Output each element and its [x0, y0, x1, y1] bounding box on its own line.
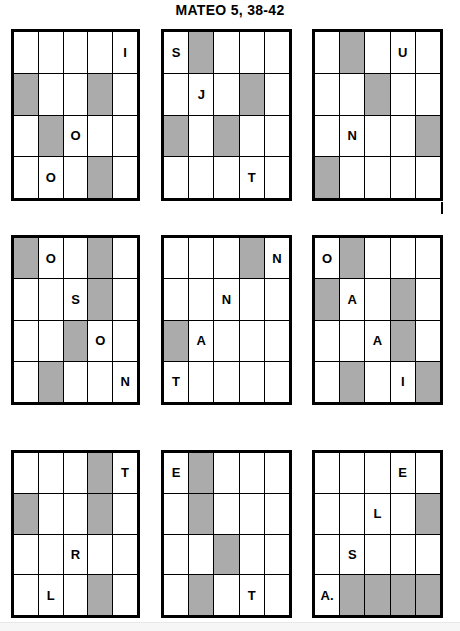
grid7-cell-r2c3-empty[interactable]: [64, 494, 88, 534]
grid9-cell-r1c3-empty[interactable]: [365, 453, 389, 493]
grid4-cell-r2c1-empty[interactable]: [14, 279, 38, 319]
grid7-cell-r3c2-empty[interactable]: [39, 535, 63, 575]
grid3-cell-r2c2-empty[interactable]: [340, 74, 364, 115]
grid6-cell-r4c4-letter: I: [391, 362, 415, 402]
grid9-cell-r4c1-letter: A.: [315, 575, 339, 615]
grid4-cell-r4c2-blocked: [39, 362, 63, 402]
grid2-cell-r4c3-empty[interactable]: [214, 157, 238, 198]
grid1-cell-r4c4-blocked: [88, 157, 112, 198]
grid3-cell-r1c2-blocked: [340, 32, 364, 73]
grid2-cell-r1c2-blocked: [189, 32, 213, 73]
grid3-cell-r3c3-empty[interactable]: [365, 116, 389, 157]
grid4-cell-r1c4-blocked: [88, 238, 112, 278]
grid8-cell-r4c2-blocked: [189, 575, 213, 615]
grid8-cell-r1c5-empty[interactable]: [265, 453, 289, 493]
grid4-cell-r1c1-blocked: [14, 238, 38, 278]
grid4-cell-r1c2-letter: O: [39, 238, 63, 278]
grid8-cell-r3c3-blocked: [214, 535, 238, 575]
grid4-cell-r3c2-empty[interactable]: [39, 321, 63, 361]
grid2-cell-r3c5-empty[interactable]: [265, 116, 289, 157]
grid6-cell-r1c3-empty[interactable]: [365, 238, 389, 278]
grid2-cell-r4c2-empty[interactable]: [189, 157, 213, 198]
grid8-cell-r3c5-empty[interactable]: [265, 535, 289, 575]
grid8-cell-r2c1-empty[interactable]: [164, 494, 188, 534]
grid7-cell-r4c4-blocked: [88, 575, 112, 615]
grid9-cell-r1c1-empty[interactable]: [315, 453, 339, 493]
grid8-cell-r2c3-empty[interactable]: [214, 494, 238, 534]
grid8-cell-r1c4-empty[interactable]: [240, 453, 264, 493]
grid5-cell-r4c3-empty[interactable]: [214, 362, 238, 402]
grid8-cell-r2c4-empty[interactable]: [240, 494, 264, 534]
grid5-cell-r2c2-empty[interactable]: [189, 279, 213, 319]
puzzle-grid-8: ET: [161, 450, 292, 618]
grid3-cell-r3c2-letter: N: [340, 116, 364, 157]
grid8-cell-r1c1-letter: E: [164, 453, 188, 493]
grid3-cell-r4c5-empty[interactable]: [416, 157, 440, 198]
grid9-cell-r4c3-blocked: [365, 575, 389, 615]
grid5-cell-r3c4-empty[interactable]: [240, 321, 264, 361]
grid2-cell-r2c2-letter: J: [189, 74, 213, 115]
grid6-cell-r3c3-letter: A: [365, 321, 389, 361]
grid5-cell-r4c1-letter: T: [164, 362, 188, 402]
grid9-cell-r2c2-empty[interactable]: [340, 494, 364, 534]
grid7-cell-r1c2-empty[interactable]: [39, 453, 63, 493]
grid4-cell-r2c4-blocked: [88, 279, 112, 319]
grid9-cell-r1c5-empty[interactable]: [416, 453, 440, 493]
grid9-cell-r2c1-empty[interactable]: [315, 494, 339, 534]
grid3-cell-r2c5-empty[interactable]: [416, 74, 440, 115]
grid5-cell-r2c5-empty[interactable]: [265, 279, 289, 319]
grid5-cell-r3c3-empty[interactable]: [214, 321, 238, 361]
grid8-cell-r4c4-letter: T: [240, 575, 264, 615]
grid1-cell-r3c2-blocked: [39, 116, 63, 157]
grid7-cell-r4c2-letter: L: [39, 575, 63, 615]
grid3-cell-r2c4-empty[interactable]: [391, 74, 415, 115]
grid7-cell-r3c5-empty[interactable]: [113, 535, 137, 575]
grid5-cell-r4c4-empty[interactable]: [240, 362, 264, 402]
grid6-cell-r3c4-blocked: [391, 321, 415, 361]
grid1-cell-r3c5-empty[interactable]: [113, 116, 137, 157]
grid8-cell-r2c2-blocked: [189, 494, 213, 534]
grid6-cell-r2c4-blocked: [391, 279, 415, 319]
grid4-cell-r3c3-blocked: [64, 321, 88, 361]
grid6-cell-r3c5-empty[interactable]: [416, 321, 440, 361]
grid6-cell-r4c2-blocked: [340, 362, 364, 402]
grid7-cell-r1c3-empty[interactable]: [64, 453, 88, 493]
grid3-cell-r2c3-blocked: [365, 74, 389, 115]
grid5-cell-r1c2-empty[interactable]: [189, 238, 213, 278]
grid2-cell-r3c4-empty[interactable]: [240, 116, 264, 157]
grid2-cell-r2c3-empty[interactable]: [214, 74, 238, 115]
grid4-cell-r4c4-empty[interactable]: [88, 362, 112, 402]
grid7-cell-r2c2-empty[interactable]: [39, 494, 63, 534]
grid9-cell-r3c1-empty[interactable]: [315, 535, 339, 575]
puzzle-grid-7: TRL: [11, 450, 140, 618]
grid7-cell-r4c5-empty[interactable]: [113, 575, 137, 615]
grid7-cell-r2c4-blocked: [88, 494, 112, 534]
grid5-cell-r3c2-letter: A: [189, 321, 213, 361]
grid5-cell-r2c3-letter: N: [214, 279, 238, 319]
grid3-cell-r4c1-blocked: [315, 157, 339, 198]
grid6-cell-r2c2-letter: A: [340, 279, 364, 319]
grid1-cell-r2c4-blocked: [88, 74, 112, 115]
grid1-cell-r4c3-empty[interactable]: [64, 157, 88, 198]
grid1-cell-r3c1-empty[interactable]: [14, 116, 38, 157]
grid7-cell-r3c3-letter: R: [64, 535, 88, 575]
grid5-cell-r1c4-blocked: [240, 238, 264, 278]
grid9-cell-r4c2-blocked: [340, 575, 364, 615]
grid9-cell-r4c4-blocked: [391, 575, 415, 615]
grid1-cell-r2c2-empty[interactable]: [39, 74, 63, 115]
grid2-cell-r1c3-empty[interactable]: [214, 32, 238, 73]
grid1-cell-r1c5-letter: I: [113, 32, 137, 73]
grid9-cell-r1c4-letter: E: [391, 453, 415, 493]
grid1-cell-r3c3-letter: O: [64, 116, 88, 157]
grid4-cell-r2c5-empty[interactable]: [113, 279, 137, 319]
grid6-cell-r3c1-empty[interactable]: [315, 321, 339, 361]
page-edge: [0, 622, 460, 631]
grid4-cell-r2c2-empty[interactable]: [39, 279, 63, 319]
grid5-cell-r4c2-empty[interactable]: [189, 362, 213, 402]
grid5-cell-r1c3-empty[interactable]: [214, 238, 238, 278]
grid6-cell-r3c2-empty[interactable]: [340, 321, 364, 361]
grid8-cell-r1c3-empty[interactable]: [214, 453, 238, 493]
grid5-cell-r1c1-empty[interactable]: [164, 238, 188, 278]
grid2-cell-r4c4-letter: T: [240, 157, 264, 198]
grid3-cell-r3c5-blocked: [416, 116, 440, 157]
grid3-cell-r4c2-empty[interactable]: [340, 157, 364, 198]
grid7-cell-r1c1-empty[interactable]: [14, 453, 38, 493]
grid7-cell-r2c1-blocked: [14, 494, 38, 534]
grid1-cell-r3c4-empty[interactable]: [88, 116, 112, 157]
grid1-cell-r1c2-empty[interactable]: [39, 32, 63, 73]
grid4-cell-r3c5-empty[interactable]: [113, 321, 137, 361]
grid3-cell-r1c5-empty[interactable]: [416, 32, 440, 73]
grid8-cell-r2c5-empty[interactable]: [265, 494, 289, 534]
grid5-cell-r3c1-blocked: [164, 321, 188, 361]
grid6-cell-r4c3-empty[interactable]: [365, 362, 389, 402]
grid2-cell-r3c3-blocked: [214, 116, 238, 157]
puzzle-grid-4: OSON: [11, 235, 140, 405]
grid4-cell-r4c5-letter: N: [113, 362, 137, 402]
grid2-cell-r2c1-empty[interactable]: [164, 74, 188, 115]
grid5-cell-r4c5-empty[interactable]: [265, 362, 289, 402]
grid2-cell-r4c1-empty[interactable]: [164, 157, 188, 198]
grid2-cell-r4c5-empty[interactable]: [265, 157, 289, 198]
grid7-cell-r3c4-empty[interactable]: [88, 535, 112, 575]
grid9-cell-r1c2-empty[interactable]: [340, 453, 364, 493]
grid6-cell-r4c5-blocked: [416, 362, 440, 402]
grid3-cell-r4c3-empty[interactable]: [365, 157, 389, 198]
grid4-cell-r2c3-letter: S: [64, 279, 88, 319]
worksheet-title: MATEO 5, 38-42: [0, 2, 460, 18]
grid7-cell-r2c5-empty[interactable]: [113, 494, 137, 534]
grid5-cell-r2c1-empty[interactable]: [164, 279, 188, 319]
grid7-cell-r3c1-empty[interactable]: [14, 535, 38, 575]
text-cursor: [441, 202, 443, 214]
grid5-cell-r3c5-empty[interactable]: [265, 321, 289, 361]
grid9-cell-r2c5-blocked: [416, 494, 440, 534]
grid1-cell-r2c1-blocked: [14, 74, 38, 115]
grid9-cell-r3c2-letter: S: [340, 535, 364, 575]
grid9-cell-r4c5-blocked: [416, 575, 440, 615]
grid2-cell-r3c1-blocked: [164, 116, 188, 157]
grid6-cell-r2c3-empty[interactable]: [365, 279, 389, 319]
grid8-cell-r1c2-blocked: [189, 453, 213, 493]
grid2-cell-r2c4-blocked: [240, 74, 264, 115]
grid3-cell-r1c4-letter: U: [391, 32, 415, 73]
puzzle-grid-2: SJT: [161, 29, 292, 201]
puzzle-grid-3: UN: [312, 29, 443, 201]
grid5-cell-r2c4-empty[interactable]: [240, 279, 264, 319]
grid3-cell-r1c1-empty[interactable]: [315, 32, 339, 73]
grid9-cell-r2c3-letter: L: [365, 494, 389, 534]
grid9-cell-r3c5-empty[interactable]: [416, 535, 440, 575]
grid7-cell-r1c4-blocked: [88, 453, 112, 493]
grid6-cell-r2c1-blocked: [315, 279, 339, 319]
grid8-cell-r4c1-empty[interactable]: [164, 575, 188, 615]
grid4-cell-r1c5-empty[interactable]: [113, 238, 137, 278]
grid2-cell-r1c4-empty[interactable]: [240, 32, 264, 73]
grid7-cell-r4c3-empty[interactable]: [64, 575, 88, 615]
grid8-cell-r3c1-empty[interactable]: [164, 535, 188, 575]
grid4-cell-r3c1-empty[interactable]: [14, 321, 38, 361]
grid7-cell-r4c1-empty[interactable]: [14, 575, 38, 615]
grid1-cell-r2c3-empty[interactable]: [64, 74, 88, 115]
grid2-cell-r2c5-empty[interactable]: [265, 74, 289, 115]
grid2-cell-r3c2-empty[interactable]: [189, 116, 213, 157]
grid3-cell-r2c1-empty[interactable]: [315, 74, 339, 115]
grid1-cell-r4c1-empty[interactable]: [14, 157, 38, 198]
grid3-cell-r4c4-empty[interactable]: [391, 157, 415, 198]
grid4-cell-r3c4-letter: O: [88, 321, 112, 361]
grid8-cell-r3c2-empty[interactable]: [189, 535, 213, 575]
grid1-cell-r1c1-empty[interactable]: [14, 32, 38, 73]
grid6-cell-r1c1-letter: O: [315, 238, 339, 278]
grid9-cell-r3c4-empty[interactable]: [391, 535, 415, 575]
grid9-cell-r3c3-empty[interactable]: [365, 535, 389, 575]
grid1-cell-r2c5-empty[interactable]: [113, 74, 137, 115]
grid2-cell-r1c5-empty[interactable]: [265, 32, 289, 73]
puzzle-grid-6: OAAI: [312, 235, 443, 405]
grid4-cell-r4c1-empty[interactable]: [14, 362, 38, 402]
grid1-cell-r1c3-empty[interactable]: [64, 32, 88, 73]
grid4-cell-r1c3-empty[interactable]: [64, 238, 88, 278]
grid6-cell-r4c1-empty[interactable]: [315, 362, 339, 402]
grid2-cell-r1c1-letter: S: [164, 32, 188, 73]
grid6-cell-r1c4-empty[interactable]: [391, 238, 415, 278]
grid3-cell-r3c4-empty[interactable]: [391, 116, 415, 157]
grid6-cell-r1c5-empty[interactable]: [416, 238, 440, 278]
grid9-cell-r2c4-empty[interactable]: [391, 494, 415, 534]
puzzle-grid-9: ELSA.: [312, 450, 443, 618]
puzzle-grid-1: IOO: [11, 29, 140, 201]
grid8-cell-r4c5-empty[interactable]: [265, 575, 289, 615]
grid8-cell-r4c3-empty[interactable]: [214, 575, 238, 615]
grid6-cell-r1c2-blocked: [340, 238, 364, 278]
grid3-cell-r1c3-empty[interactable]: [365, 32, 389, 73]
puzzle-grid-5: NNAT: [161, 235, 292, 405]
grid3-cell-r3c1-empty[interactable]: [315, 116, 339, 157]
grid8-cell-r3c4-empty[interactable]: [240, 535, 264, 575]
grid1-cell-r1c4-empty[interactable]: [88, 32, 112, 73]
grid4-cell-r4c3-empty[interactable]: [64, 362, 88, 402]
grid5-cell-r1c5-letter: N: [265, 238, 289, 278]
grid1-cell-r4c5-empty[interactable]: [113, 157, 137, 198]
grid1-cell-r4c2-letter: O: [39, 157, 63, 198]
grid6-cell-r2c5-empty[interactable]: [416, 279, 440, 319]
grid7-cell-r1c5-letter: T: [113, 453, 137, 493]
